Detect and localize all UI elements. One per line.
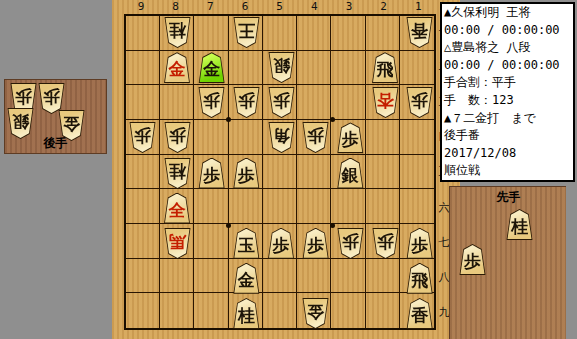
piece-glyph: 桂 xyxy=(511,218,528,235)
piece-face: 香 xyxy=(407,299,432,328)
piece-face: 銀 xyxy=(338,159,363,188)
panel-line-1: ▲久保利明 王将 xyxy=(442,4,573,22)
square-4一[interactable] xyxy=(297,16,331,51)
sente-captured-tray: 先手 桂歩 xyxy=(449,186,567,339)
game-info-panel: ▲久保利明 王将00:00 / 00:00:00△豊島将之 八段00:00 / … xyxy=(440,2,575,182)
piece-face: 歩 xyxy=(460,245,485,274)
square-9二[interactable] xyxy=(126,51,160,86)
piece-face: 金 xyxy=(199,53,224,82)
piece-glyph: 王 xyxy=(238,22,255,39)
piece-glyph: 飛 xyxy=(411,272,428,289)
panel-line-2: 00:00 / 00:00:00 xyxy=(442,22,573,40)
piece-glyph: 歩 xyxy=(307,237,324,254)
square-2五[interactable] xyxy=(366,155,400,190)
piece-glyph: 銀 xyxy=(273,57,290,74)
piece-face: 全 xyxy=(165,194,190,223)
square-5九[interactable] xyxy=(263,293,297,328)
file-label-8: 8 xyxy=(159,1,193,13)
panel-line-9: 2017/12/08 xyxy=(442,145,573,163)
piece-glyph: 歩 xyxy=(342,233,359,250)
piece-face: 歩 xyxy=(199,159,224,188)
piece-face: 歩 xyxy=(39,84,64,113)
square-7七[interactable] xyxy=(194,224,228,259)
square-2八[interactable] xyxy=(366,259,400,294)
piece-glyph: 銀 xyxy=(12,113,29,130)
square-7六[interactable] xyxy=(194,189,228,224)
sente-piece-歩[interactable]: 歩 xyxy=(459,244,486,275)
panel-line-7: ▲７二金打 まで xyxy=(442,110,573,128)
piece-face: 王 xyxy=(234,18,259,47)
piece-glyph: 香 xyxy=(411,22,428,39)
piece-face: 銀 xyxy=(8,109,33,138)
panel-line-5: 手合割：平手 xyxy=(442,74,573,92)
square-8八[interactable] xyxy=(160,259,194,294)
piece-glyph: 桂 xyxy=(169,22,186,39)
square-5六[interactable] xyxy=(263,189,297,224)
piece-face: 歩 xyxy=(130,123,155,152)
piece-face: 金 xyxy=(59,111,84,140)
file-label-9: 9 xyxy=(124,1,158,13)
piece-glyph: 杏 xyxy=(377,92,394,109)
piece-face: 馬 xyxy=(165,229,190,258)
file-label-1: 1 xyxy=(401,1,435,13)
file-label-5: 5 xyxy=(263,1,297,13)
piece-glyph: 金 xyxy=(307,303,324,320)
square-9三[interactable] xyxy=(126,85,160,120)
piece-face: 桂 xyxy=(165,159,190,188)
square-9九[interactable] xyxy=(126,293,160,328)
square-8三[interactable] xyxy=(160,85,194,120)
square-9七[interactable] xyxy=(126,224,160,259)
piece-face: 金 xyxy=(303,299,328,328)
piece-face: 歩 xyxy=(199,88,224,117)
piece-face: 桂 xyxy=(234,299,259,328)
piece-glyph: 全 xyxy=(169,202,186,219)
piece-glyph: 歩 xyxy=(411,92,428,109)
file-label-4: 4 xyxy=(297,1,331,13)
sente-tray-label: 先手 xyxy=(450,189,567,206)
square-3六[interactable] xyxy=(331,189,365,224)
square-2四[interactable] xyxy=(366,120,400,155)
square-6二[interactable] xyxy=(229,51,263,86)
piece-face: 歩 xyxy=(269,229,294,258)
piece-glyph: 歩 xyxy=(134,127,151,144)
square-5五[interactable] xyxy=(263,155,297,190)
square-3九[interactable] xyxy=(331,293,365,328)
piece-glyph: 馬 xyxy=(169,233,186,250)
square-1二[interactable] xyxy=(400,51,434,86)
square-4二[interactable] xyxy=(297,51,331,86)
panel-line-4: 00:00 / 00:00:00 xyxy=(442,57,573,75)
piece-glyph: 歩 xyxy=(377,233,394,250)
square-7四[interactable] xyxy=(194,120,228,155)
square-9一[interactable] xyxy=(126,16,160,51)
right-gray-strip xyxy=(566,186,577,339)
square-9五[interactable] xyxy=(126,155,160,190)
square-2九[interactable] xyxy=(366,293,400,328)
piece-face: 飛 xyxy=(373,53,398,82)
square-1四[interactable] xyxy=(400,120,434,155)
square-4八[interactable] xyxy=(297,259,331,294)
piece-face: 歩 xyxy=(338,123,363,152)
square-3二[interactable] xyxy=(331,51,365,86)
panel-line-10: 順位戦 xyxy=(442,162,573,180)
piece-glyph: 歩 xyxy=(411,237,428,254)
panel-line-3: △豊島将之 八段 xyxy=(442,39,573,57)
square-3八[interactable] xyxy=(331,259,365,294)
sente-piece-桂[interactable]: 桂 xyxy=(506,209,533,240)
square-7八[interactable] xyxy=(194,259,228,294)
square-6四[interactable] xyxy=(229,120,263,155)
piece-glyph: 歩 xyxy=(43,88,60,105)
piece-face: 歩 xyxy=(407,88,432,117)
piece-glyph: 金 xyxy=(169,61,186,78)
file-label-7: 7 xyxy=(193,1,227,13)
piece-glyph: 歩 xyxy=(273,237,290,254)
square-8九[interactable] xyxy=(160,293,194,328)
piece-face: 金 xyxy=(165,53,190,82)
file-label-6: 6 xyxy=(228,1,262,13)
piece-glyph: 玉 xyxy=(238,237,255,254)
square-3三[interactable] xyxy=(331,85,365,120)
square-3一[interactable] xyxy=(331,16,365,51)
piece-glyph: 歩 xyxy=(342,131,359,148)
piece-glyph: 金 xyxy=(63,115,80,132)
star-dot xyxy=(330,223,335,228)
piece-glyph: 歩 xyxy=(203,167,220,184)
piece-glyph: 角 xyxy=(273,127,290,144)
square-5八[interactable] xyxy=(263,259,297,294)
piece-glyph: 銀 xyxy=(342,167,359,184)
square-4六[interactable] xyxy=(297,189,331,224)
piece-glyph: 歩 xyxy=(203,92,220,109)
square-9八[interactable] xyxy=(126,259,160,294)
piece-face: 桂 xyxy=(507,210,532,239)
piece-glyph: 桂 xyxy=(169,163,186,180)
piece-glyph: 飛 xyxy=(377,61,394,78)
piece-glyph: 香 xyxy=(411,307,428,324)
piece-face: 歩 xyxy=(407,229,432,258)
piece-face: 香 xyxy=(407,18,432,47)
piece-face: 玉 xyxy=(234,229,259,258)
piece-glyph: 桂 xyxy=(238,307,255,324)
square-2六[interactable] xyxy=(366,189,400,224)
shogi-viewer-window: 987654321一二三四五六七八九 桂王香金金銀飛歩歩歩杏歩歩歩角歩歩桂歩歩銀… xyxy=(0,0,577,339)
piece-face: 金 xyxy=(234,264,259,293)
square-6六[interactable] xyxy=(229,189,263,224)
piece-glyph: 歩 xyxy=(238,92,255,109)
panel-line-6: 手 数：123 xyxy=(442,92,573,110)
piece-glyph: 金 xyxy=(203,61,220,78)
square-4五[interactable] xyxy=(297,155,331,190)
piece-glyph: 歩 xyxy=(464,253,481,270)
piece-face: 歩 xyxy=(373,229,398,258)
square-2一[interactable] xyxy=(366,16,400,51)
piece-glyph: 歩 xyxy=(273,92,290,109)
file-label-3: 3 xyxy=(332,1,366,13)
panel-line-8: 後手番 xyxy=(442,127,573,145)
piece-face: 歩 xyxy=(303,229,328,258)
file-label-2: 2 xyxy=(367,1,401,13)
piece-face: 歩 xyxy=(338,229,363,258)
piece-face: 歩 xyxy=(234,88,259,117)
square-4三[interactable] xyxy=(297,85,331,120)
square-9六[interactable] xyxy=(126,189,160,224)
piece-face: 歩 xyxy=(303,123,328,152)
star-dot xyxy=(226,223,231,228)
square-7九[interactable] xyxy=(194,293,228,328)
square-1六[interactable] xyxy=(400,189,434,224)
piece-face: 歩 xyxy=(234,159,259,188)
gote-piece-歩[interactable]: 歩 xyxy=(38,83,65,114)
piece-glyph: 歩 xyxy=(307,127,324,144)
gote-captured-tray: 後手 歩歩銀金 xyxy=(4,79,107,154)
square-5一[interactable] xyxy=(263,16,297,51)
square-7一[interactable] xyxy=(194,16,228,51)
piece-glyph: 歩 xyxy=(15,88,32,105)
square-1五[interactable] xyxy=(400,155,434,190)
piece-glyph: 金 xyxy=(238,272,255,289)
piece-glyph: 歩 xyxy=(169,127,186,144)
piece-glyph: 歩 xyxy=(238,167,255,184)
piece-face: 飛 xyxy=(407,264,432,293)
